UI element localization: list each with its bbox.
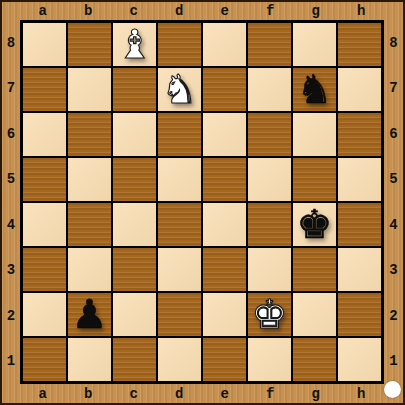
file-label-bottom-c: c bbox=[111, 384, 157, 403]
rank-label-right-2: 2 bbox=[384, 293, 403, 339]
rank-label-right-8: 8 bbox=[384, 20, 403, 66]
file-label-top-c: c bbox=[111, 2, 157, 20]
file-label-top-h: h bbox=[339, 2, 385, 20]
rank-label-left-2: 2 bbox=[2, 293, 20, 339]
square-g5[interactable] bbox=[292, 157, 337, 202]
square-a7[interactable] bbox=[22, 67, 67, 112]
square-b2[interactable]: ♟ bbox=[67, 292, 112, 337]
square-d2[interactable] bbox=[157, 292, 202, 337]
square-f6[interactable] bbox=[247, 112, 292, 157]
square-a5[interactable] bbox=[22, 157, 67, 202]
square-g2[interactable] bbox=[292, 292, 337, 337]
file-label-bottom-e: e bbox=[202, 384, 248, 403]
file-label-top-f: f bbox=[248, 2, 294, 20]
square-g8[interactable] bbox=[292, 22, 337, 67]
file-labels-bottom: abcdefgh bbox=[20, 384, 384, 403]
piece-bK-g4[interactable]: ♚ bbox=[297, 202, 333, 247]
file-label-bottom-g: g bbox=[293, 384, 339, 403]
square-b5[interactable] bbox=[67, 157, 112, 202]
rank-labels-right: 87654321 bbox=[384, 20, 403, 384]
square-c5[interactable] bbox=[112, 157, 157, 202]
square-g6[interactable] bbox=[292, 112, 337, 157]
square-h3[interactable] bbox=[337, 247, 382, 292]
file-label-top-g: g bbox=[293, 2, 339, 20]
rank-label-right-7: 7 bbox=[384, 66, 403, 112]
square-e5[interactable] bbox=[202, 157, 247, 202]
rank-label-left-8: 8 bbox=[2, 20, 20, 66]
square-c4[interactable] bbox=[112, 202, 157, 247]
chess-board-frame: abcdefgh abcdefgh 87654321 87654321 ♝♞♞♚… bbox=[0, 0, 405, 405]
turn-indicator-white-to-move bbox=[384, 381, 401, 398]
square-c2[interactable] bbox=[112, 292, 157, 337]
square-e1[interactable] bbox=[202, 337, 247, 382]
file-label-bottom-d: d bbox=[157, 384, 203, 403]
file-label-bottom-h: h bbox=[339, 384, 385, 403]
square-b4[interactable] bbox=[67, 202, 112, 247]
rank-label-left-5: 5 bbox=[2, 157, 20, 203]
file-label-top-a: a bbox=[20, 2, 66, 20]
square-a1[interactable] bbox=[22, 337, 67, 382]
piece-bN-g7[interactable]: ♞ bbox=[297, 67, 333, 112]
square-c7[interactable] bbox=[112, 67, 157, 112]
piece-wK-f2[interactable]: ♚ bbox=[252, 292, 288, 337]
square-a3[interactable] bbox=[22, 247, 67, 292]
square-h1[interactable] bbox=[337, 337, 382, 382]
square-d3[interactable] bbox=[157, 247, 202, 292]
square-d6[interactable] bbox=[157, 112, 202, 157]
file-label-bottom-a: a bbox=[20, 384, 66, 403]
rank-label-right-5: 5 bbox=[384, 157, 403, 203]
rank-label-right-4: 4 bbox=[384, 202, 403, 248]
square-b6[interactable] bbox=[67, 112, 112, 157]
rank-label-left-4: 4 bbox=[2, 202, 20, 248]
file-label-top-e: e bbox=[202, 2, 248, 20]
square-b7[interactable] bbox=[67, 67, 112, 112]
square-f5[interactable] bbox=[247, 157, 292, 202]
rank-label-right-3: 3 bbox=[384, 248, 403, 294]
square-d8[interactable] bbox=[157, 22, 202, 67]
square-c1[interactable] bbox=[112, 337, 157, 382]
square-f4[interactable] bbox=[247, 202, 292, 247]
piece-wN-d7[interactable]: ♞ bbox=[162, 67, 198, 112]
square-c8[interactable]: ♝ bbox=[112, 22, 157, 67]
square-b3[interactable] bbox=[67, 247, 112, 292]
square-f8[interactable] bbox=[247, 22, 292, 67]
square-h5[interactable] bbox=[337, 157, 382, 202]
square-g3[interactable] bbox=[292, 247, 337, 292]
square-g7[interactable]: ♞ bbox=[292, 67, 337, 112]
file-label-bottom-f: f bbox=[248, 384, 294, 403]
square-e2[interactable] bbox=[202, 292, 247, 337]
square-f3[interactable] bbox=[247, 247, 292, 292]
rank-label-left-7: 7 bbox=[2, 66, 20, 112]
chess-board: ♝♞♞♚♟♚ bbox=[20, 20, 384, 384]
rank-label-left-6: 6 bbox=[2, 111, 20, 157]
piece-wB-c8[interactable]: ♝ bbox=[117, 22, 153, 67]
rank-label-right-6: 6 bbox=[384, 111, 403, 157]
square-f2[interactable]: ♚ bbox=[247, 292, 292, 337]
square-a4[interactable] bbox=[22, 202, 67, 247]
square-g4[interactable]: ♚ bbox=[292, 202, 337, 247]
square-f1[interactable] bbox=[247, 337, 292, 382]
square-h7[interactable] bbox=[337, 67, 382, 112]
square-f7[interactable] bbox=[247, 67, 292, 112]
square-c3[interactable] bbox=[112, 247, 157, 292]
square-d5[interactable] bbox=[157, 157, 202, 202]
square-a8[interactable] bbox=[22, 22, 67, 67]
file-label-bottom-b: b bbox=[66, 384, 112, 403]
square-a6[interactable] bbox=[22, 112, 67, 157]
file-labels-top: abcdefgh bbox=[20, 2, 384, 20]
square-e8[interactable] bbox=[202, 22, 247, 67]
square-h4[interactable] bbox=[337, 202, 382, 247]
square-h8[interactable] bbox=[337, 22, 382, 67]
square-c6[interactable] bbox=[112, 112, 157, 157]
square-e6[interactable] bbox=[202, 112, 247, 157]
square-h6[interactable] bbox=[337, 112, 382, 157]
file-label-top-b: b bbox=[66, 2, 112, 20]
square-g1[interactable] bbox=[292, 337, 337, 382]
square-e3[interactable] bbox=[202, 247, 247, 292]
square-e4[interactable] bbox=[202, 202, 247, 247]
square-d4[interactable] bbox=[157, 202, 202, 247]
rank-labels-left: 87654321 bbox=[2, 20, 20, 384]
square-b1[interactable] bbox=[67, 337, 112, 382]
square-e7[interactable] bbox=[202, 67, 247, 112]
square-h2[interactable] bbox=[337, 292, 382, 337]
square-d1[interactable] bbox=[157, 337, 202, 382]
rank-label-left-3: 3 bbox=[2, 248, 20, 294]
piece-bP-b2[interactable]: ♟ bbox=[72, 292, 108, 337]
rank-label-right-1: 1 bbox=[384, 339, 403, 385]
square-d7[interactable]: ♞ bbox=[157, 67, 202, 112]
square-b8[interactable] bbox=[67, 22, 112, 67]
rank-label-left-1: 1 bbox=[2, 339, 20, 385]
file-label-top-d: d bbox=[157, 2, 203, 20]
square-a2[interactable] bbox=[22, 292, 67, 337]
